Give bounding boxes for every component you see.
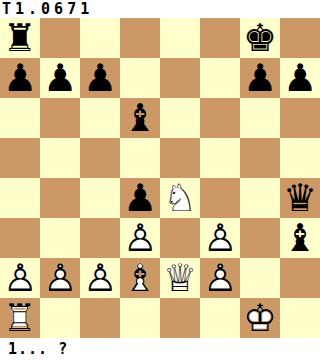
- piece-outline-glyph: ♖: [0, 298, 40, 338]
- square-h5[interactable]: [280, 138, 320, 178]
- square-c8[interactable]: [80, 18, 120, 58]
- piece-outline-glyph: ♘: [160, 178, 200, 218]
- piece-outline-glyph: ♙: [200, 258, 240, 298]
- square-e7[interactable]: [160, 58, 200, 98]
- square-e5[interactable]: [160, 138, 200, 178]
- square-b7[interactable]: ♟: [40, 58, 80, 98]
- square-f7[interactable]: [200, 58, 240, 98]
- square-c2[interactable]: ♟♙: [80, 258, 120, 298]
- square-f3[interactable]: ♟♙: [200, 218, 240, 258]
- white-pawn-f3: ♟♙: [200, 218, 240, 258]
- black-pawn-c7: ♟: [80, 58, 120, 98]
- piece-outline-glyph: ♗: [120, 258, 160, 298]
- square-g5[interactable]: [240, 138, 280, 178]
- black-pawn-d4: ♟: [120, 178, 160, 218]
- square-g1[interactable]: ♚♔: [240, 298, 280, 338]
- square-d8[interactable]: [120, 18, 160, 58]
- white-pawn-c2: ♟♙: [80, 258, 120, 298]
- square-a8[interactable]: ♜: [0, 18, 40, 58]
- piece-outline-glyph: ♔: [240, 298, 280, 338]
- square-d3[interactable]: ♟♙: [120, 218, 160, 258]
- piece-outline-glyph: ♙: [120, 218, 160, 258]
- square-a1[interactable]: ♜♖: [0, 298, 40, 338]
- square-h8[interactable]: [280, 18, 320, 58]
- square-e1[interactable]: [160, 298, 200, 338]
- square-f4[interactable]: [200, 178, 240, 218]
- square-h3[interactable]: ♝: [280, 218, 320, 258]
- square-a2[interactable]: ♟♙: [0, 258, 40, 298]
- chess-board: ♜♚♟♟♟♟♟♝♟♞♘♛♟♙♟♙♝♟♙♟♙♟♙♝♗♛♕♟♙♜♖♚♔: [0, 18, 320, 338]
- square-g7[interactable]: ♟: [240, 58, 280, 98]
- square-b8[interactable]: [40, 18, 80, 58]
- square-f6[interactable]: [200, 98, 240, 138]
- square-c7[interactable]: ♟: [80, 58, 120, 98]
- piece-outline-glyph: ♙: [40, 258, 80, 298]
- square-e2[interactable]: ♛♕: [160, 258, 200, 298]
- white-king-g1: ♚♔: [240, 298, 280, 338]
- piece-outline-glyph: ♙: [0, 258, 40, 298]
- black-king-g8: ♚: [240, 18, 280, 58]
- square-f2[interactable]: ♟♙: [200, 258, 240, 298]
- white-bishop-d2: ♝♗: [120, 258, 160, 298]
- square-e4[interactable]: ♞♘: [160, 178, 200, 218]
- square-a7[interactable]: ♟: [0, 58, 40, 98]
- square-d1[interactable]: [120, 298, 160, 338]
- square-a5[interactable]: [0, 138, 40, 178]
- black-pawn-b7: ♟: [40, 58, 80, 98]
- square-c1[interactable]: [80, 298, 120, 338]
- white-pawn-a2: ♟♙: [0, 258, 40, 298]
- square-b5[interactable]: [40, 138, 80, 178]
- square-f5[interactable]: [200, 138, 240, 178]
- square-b2[interactable]: ♟♙: [40, 258, 80, 298]
- black-bishop-d6: ♝: [120, 98, 160, 138]
- square-c3[interactable]: [80, 218, 120, 258]
- square-f8[interactable]: [200, 18, 240, 58]
- square-g3[interactable]: [240, 218, 280, 258]
- square-b6[interactable]: [40, 98, 80, 138]
- square-d7[interactable]: [120, 58, 160, 98]
- square-d4[interactable]: ♟: [120, 178, 160, 218]
- square-d6[interactable]: ♝: [120, 98, 160, 138]
- square-g2[interactable]: [240, 258, 280, 298]
- square-g4[interactable]: [240, 178, 280, 218]
- black-pawn-g7: ♟: [240, 58, 280, 98]
- move-prompt: 1... ?: [0, 338, 320, 360]
- square-c6[interactable]: [80, 98, 120, 138]
- white-pawn-b2: ♟♙: [40, 258, 80, 298]
- move-prompt-text: 1... ?: [8, 340, 68, 358]
- piece-outline-glyph: ♕: [160, 258, 200, 298]
- piece-outline-glyph: ♙: [200, 218, 240, 258]
- square-c5[interactable]: [80, 138, 120, 178]
- black-pawn-a7: ♟: [0, 58, 40, 98]
- square-a6[interactable]: [0, 98, 40, 138]
- square-h2[interactable]: [280, 258, 320, 298]
- square-a4[interactable]: [0, 178, 40, 218]
- square-d5[interactable]: [120, 138, 160, 178]
- square-d2[interactable]: ♝♗: [120, 258, 160, 298]
- piece-outline-glyph: ♙: [80, 258, 120, 298]
- square-b3[interactable]: [40, 218, 80, 258]
- white-queen-e2: ♛♕: [160, 258, 200, 298]
- black-queen-h4: ♛: [280, 178, 320, 218]
- square-h1[interactable]: [280, 298, 320, 338]
- white-knight-e4: ♞♘: [160, 178, 200, 218]
- black-pawn-h7: ♟: [280, 58, 320, 98]
- white-pawn-f2: ♟♙: [200, 258, 240, 298]
- black-rook-a8: ♜: [0, 18, 40, 58]
- black-bishop-h3: ♝: [280, 218, 320, 258]
- square-h7[interactable]: ♟: [280, 58, 320, 98]
- square-b1[interactable]: [40, 298, 80, 338]
- square-g8[interactable]: ♚: [240, 18, 280, 58]
- square-b4[interactable]: [40, 178, 80, 218]
- square-f1[interactable]: [200, 298, 240, 338]
- square-e8[interactable]: [160, 18, 200, 58]
- square-e3[interactable]: [160, 218, 200, 258]
- square-g6[interactable]: [240, 98, 280, 138]
- square-c4[interactable]: [80, 178, 120, 218]
- white-pawn-d3: ♟♙: [120, 218, 160, 258]
- white-rook-a1: ♜♖: [0, 298, 40, 338]
- square-h6[interactable]: [280, 98, 320, 138]
- square-h4[interactable]: ♛: [280, 178, 320, 218]
- square-e6[interactable]: [160, 98, 200, 138]
- square-a3[interactable]: [0, 218, 40, 258]
